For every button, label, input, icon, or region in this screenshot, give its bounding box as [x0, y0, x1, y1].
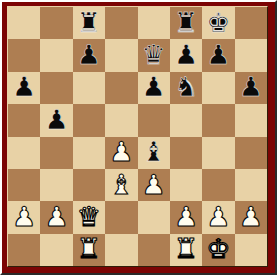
square-c7[interactable]: ♟ [73, 39, 105, 71]
square-e4[interactable]: ♝ [138, 137, 170, 169]
square-d5[interactable] [105, 104, 137, 136]
square-b2[interactable]: ♟ [40, 201, 72, 233]
piece-white-pawn: ♟ [109, 138, 133, 165]
chess-board: ♜♜♚♟♛♟♟♟♟♞♟♟♟♝♝♟♟♟♛♟♟♟♜♜♚ [7, 6, 268, 267]
square-e2[interactable] [138, 201, 170, 233]
piece-white-king: ♚ [206, 235, 230, 262]
square-d1[interactable] [105, 234, 137, 266]
square-c5[interactable] [73, 104, 105, 136]
square-c4[interactable] [73, 137, 105, 169]
square-f2[interactable]: ♟ [170, 201, 202, 233]
square-b8[interactable] [40, 7, 72, 39]
square-c2[interactable]: ♛ [73, 201, 105, 233]
square-e7[interactable]: ♛ [138, 39, 170, 71]
piece-black-pawn: ♟ [77, 41, 101, 68]
square-a6[interactable]: ♟ [8, 72, 40, 104]
square-g1[interactable]: ♚ [202, 234, 234, 266]
piece-black-pawn: ♟ [44, 106, 68, 133]
piece-white-queen: ♛ [77, 203, 101, 230]
chess-board-frame: ♜♜♚♟♛♟♟♟♟♞♟♟♟♝♝♟♟♟♛♟♟♟♜♜♚ [0, 0, 277, 275]
square-h4[interactable] [235, 137, 267, 169]
square-b1[interactable] [40, 234, 72, 266]
square-d4[interactable]: ♟ [105, 137, 137, 169]
piece-black-pawn: ♟ [239, 73, 263, 100]
piece-black-pawn: ♟ [174, 41, 198, 68]
piece-white-pawn: ♟ [174, 203, 198, 230]
square-h6[interactable]: ♟ [235, 72, 267, 104]
square-b4[interactable] [40, 137, 72, 169]
square-f4[interactable] [170, 137, 202, 169]
square-h8[interactable] [235, 7, 267, 39]
piece-black-rook: ♜ [77, 9, 101, 36]
square-b6[interactable] [40, 72, 72, 104]
square-b3[interactable] [40, 169, 72, 201]
square-a3[interactable] [8, 169, 40, 201]
square-f7[interactable]: ♟ [170, 39, 202, 71]
square-d8[interactable] [105, 7, 137, 39]
piece-black-pawn: ♟ [12, 73, 36, 100]
piece-white-rook: ♜ [77, 235, 101, 262]
square-g3[interactable] [202, 169, 234, 201]
piece-black-rook: ♜ [174, 9, 198, 36]
square-f6[interactable]: ♞ [170, 72, 202, 104]
square-e8[interactable] [138, 7, 170, 39]
square-c3[interactable] [73, 169, 105, 201]
square-f3[interactable] [170, 169, 202, 201]
square-g2[interactable]: ♟ [202, 201, 234, 233]
square-g4[interactable] [202, 137, 234, 169]
piece-white-bishop: ♝ [109, 171, 133, 198]
square-d6[interactable] [105, 72, 137, 104]
piece-black-bishop: ♝ [142, 138, 166, 165]
square-a5[interactable] [8, 104, 40, 136]
square-g8[interactable]: ♚ [202, 7, 234, 39]
square-c1[interactable]: ♜ [73, 234, 105, 266]
square-h2[interactable]: ♟ [235, 201, 267, 233]
square-a7[interactable] [8, 39, 40, 71]
piece-black-queen: ♛ [142, 41, 166, 68]
square-h1[interactable] [235, 234, 267, 266]
square-d3[interactable]: ♝ [105, 169, 137, 201]
square-b5[interactable]: ♟ [40, 104, 72, 136]
square-d2[interactable] [105, 201, 137, 233]
piece-white-pawn: ♟ [206, 203, 230, 230]
square-a4[interactable] [8, 137, 40, 169]
square-c6[interactable] [73, 72, 105, 104]
piece-white-pawn: ♟ [12, 203, 36, 230]
square-f1[interactable]: ♜ [170, 234, 202, 266]
square-h3[interactable] [235, 169, 267, 201]
piece-black-pawn: ♟ [142, 73, 166, 100]
square-f5[interactable] [170, 104, 202, 136]
square-g6[interactable] [202, 72, 234, 104]
piece-white-pawn: ♟ [142, 171, 166, 198]
square-f8[interactable]: ♜ [170, 7, 202, 39]
square-a1[interactable] [8, 234, 40, 266]
piece-white-pawn: ♟ [239, 203, 263, 230]
square-g5[interactable] [202, 104, 234, 136]
piece-black-king: ♚ [206, 9, 230, 36]
square-e3[interactable]: ♟ [138, 169, 170, 201]
piece-white-pawn: ♟ [44, 203, 68, 230]
square-e6[interactable]: ♟ [138, 72, 170, 104]
piece-black-pawn: ♟ [206, 41, 230, 68]
square-b7[interactable] [40, 39, 72, 71]
square-a2[interactable]: ♟ [8, 201, 40, 233]
square-h5[interactable] [235, 104, 267, 136]
square-d7[interactable] [105, 39, 137, 71]
square-g7[interactable]: ♟ [202, 39, 234, 71]
square-e1[interactable] [138, 234, 170, 266]
square-a8[interactable] [8, 7, 40, 39]
square-e5[interactable] [138, 104, 170, 136]
square-h7[interactable] [235, 39, 267, 71]
square-c8[interactable]: ♜ [73, 7, 105, 39]
piece-white-rook: ♜ [174, 235, 198, 262]
piece-black-knight: ♞ [174, 73, 198, 100]
